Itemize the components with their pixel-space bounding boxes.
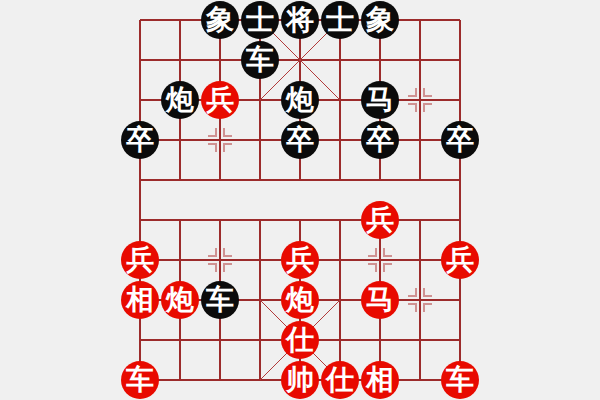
board-point[interactable] — [320, 120, 360, 160]
board-point[interactable] — [200, 320, 240, 360]
piece-red-general[interactable]: 帅 — [281, 361, 319, 399]
board-point[interactable] — [400, 200, 440, 240]
board-point[interactable] — [240, 360, 280, 400]
board-point[interactable] — [200, 160, 240, 200]
board-point[interactable] — [160, 0, 200, 40]
piece-black-soldier[interactable]: 卒 — [361, 121, 399, 159]
piece-red-horse[interactable]: 马 — [361, 281, 399, 319]
board-point[interactable]: 卒 — [280, 120, 320, 160]
board-point[interactable] — [400, 280, 440, 320]
board-point[interactable] — [320, 80, 360, 120]
board-point[interactable]: 仕 — [280, 320, 320, 360]
board-point[interactable]: 炮 — [160, 80, 200, 120]
board-point[interactable] — [120, 0, 160, 40]
board-point[interactable] — [240, 320, 280, 360]
board-point[interactable] — [160, 320, 200, 360]
board-point[interactable] — [360, 40, 400, 80]
board-point[interactable] — [200, 40, 240, 80]
board-point[interactable]: 卒 — [360, 120, 400, 160]
board-point[interactable] — [320, 320, 360, 360]
piece-black-cannon[interactable]: 炮 — [161, 81, 199, 119]
board-point[interactable]: 车 — [120, 360, 160, 400]
board-point[interactable]: 仕 — [320, 360, 360, 400]
board-point[interactable] — [440, 0, 480, 40]
piece-black-cannon[interactable]: 炮 — [281, 81, 319, 119]
board-point[interactable] — [160, 240, 200, 280]
board-point[interactable]: 帅 — [280, 360, 320, 400]
board-point[interactable]: 象 — [200, 0, 240, 40]
board-point[interactable] — [160, 120, 200, 160]
board-point[interactable] — [360, 160, 400, 200]
piece-red-soldier[interactable]: 兵 — [281, 241, 319, 279]
board-point[interactable] — [440, 160, 480, 200]
piece-red-cannon[interactable]: 炮 — [281, 281, 319, 319]
piece-red-soldier[interactable]: 兵 — [201, 81, 239, 119]
board-point[interactable] — [280, 160, 320, 200]
board-point[interactable] — [120, 40, 160, 80]
board-point[interactable] — [120, 320, 160, 360]
board-point[interactable]: 兵 — [440, 240, 480, 280]
board-point[interactable]: 炮 — [280, 280, 320, 320]
piece-black-elephant[interactable]: 象 — [201, 1, 239, 39]
board-point[interactable]: 士 — [240, 0, 280, 40]
board-point[interactable] — [240, 240, 280, 280]
board-point[interactable] — [400, 240, 440, 280]
piece-black-horse[interactable]: 马 — [361, 81, 399, 119]
board-point[interactable] — [440, 320, 480, 360]
board-point[interactable] — [440, 40, 480, 80]
xiangqi-board: 象士将士象车炮兵炮马卒卒卒卒兵兵兵兵相炮车炮马仕车帅仕相车 — [120, 0, 480, 400]
board-point[interactable]: 兵 — [360, 200, 400, 240]
board-point[interactable] — [280, 200, 320, 240]
board-point[interactable] — [240, 120, 280, 160]
board-point[interactable] — [200, 120, 240, 160]
piece-red-soldier[interactable]: 兵 — [361, 201, 399, 239]
piece-black-chariot[interactable]: 车 — [241, 41, 279, 79]
board-point[interactable]: 车 — [440, 360, 480, 400]
board-point[interactable] — [200, 360, 240, 400]
board-point[interactable] — [400, 80, 440, 120]
piece-black-elephant[interactable]: 象 — [361, 1, 399, 39]
board-point[interactable]: 马 — [360, 80, 400, 120]
board-point[interactable]: 兵 — [200, 80, 240, 120]
xiangqi-diagram: 象士将士象车炮兵炮马卒卒卒卒兵兵兵兵相炮车炮马仕车帅仕相车 — [0, 0, 600, 400]
board-point[interactable] — [400, 320, 440, 360]
piece-black-soldier[interactable]: 卒 — [441, 121, 479, 159]
board-point[interactable] — [400, 360, 440, 400]
board-point[interactable] — [200, 200, 240, 240]
board-point[interactable] — [160, 40, 200, 80]
board-point[interactable]: 相 — [120, 280, 160, 320]
board-point[interactable]: 象 — [360, 0, 400, 40]
piece-red-advisor[interactable]: 仕 — [321, 361, 359, 399]
board-point[interactable] — [160, 360, 200, 400]
board-point[interactable] — [360, 320, 400, 360]
piece-black-advisor[interactable]: 士 — [321, 1, 359, 39]
board-point[interactable] — [240, 280, 280, 320]
board-point[interactable] — [320, 200, 360, 240]
board-point[interactable] — [120, 200, 160, 240]
board-point[interactable] — [400, 120, 440, 160]
piece-red-chariot[interactable]: 车 — [121, 361, 159, 399]
piece-red-elephant[interactable]: 相 — [361, 361, 399, 399]
board-point[interactable] — [240, 160, 280, 200]
board-point[interactable] — [440, 280, 480, 320]
piece-red-soldier[interactable]: 兵 — [441, 241, 479, 279]
board-point[interactable]: 马 — [360, 280, 400, 320]
board-grid: 象士将士象车炮兵炮马卒卒卒卒兵兵兵兵相炮车炮马仕车帅仕相车 — [120, 0, 480, 400]
board-point[interactable] — [440, 80, 480, 120]
board-point[interactable]: 兵 — [280, 240, 320, 280]
piece-red-advisor[interactable]: 仕 — [281, 321, 319, 359]
board-point[interactable] — [160, 200, 200, 240]
board-point[interactable]: 炮 — [280, 80, 320, 120]
piece-black-soldier[interactable]: 卒 — [121, 121, 159, 159]
board-point[interactable] — [360, 240, 400, 280]
board-point[interactable]: 车 — [240, 40, 280, 80]
board-point[interactable]: 卒 — [120, 120, 160, 160]
board-point[interactable]: 卒 — [440, 120, 480, 160]
board-point[interactable] — [400, 0, 440, 40]
piece-red-elephant[interactable]: 相 — [121, 281, 159, 319]
piece-red-cannon[interactable]: 炮 — [161, 281, 199, 319]
piece-red-chariot[interactable]: 车 — [441, 361, 479, 399]
board-point[interactable] — [400, 40, 440, 80]
board-point[interactable]: 士 — [320, 0, 360, 40]
piece-black-chariot[interactable]: 车 — [201, 281, 239, 319]
piece-black-advisor[interactable]: 士 — [241, 1, 279, 39]
board-point[interactable] — [320, 240, 360, 280]
piece-black-general[interactable]: 将 — [281, 1, 319, 39]
board-point[interactable] — [320, 40, 360, 80]
board-point[interactable] — [160, 160, 200, 200]
board-point[interactable]: 炮 — [160, 280, 200, 320]
board-point[interactable] — [120, 160, 160, 200]
piece-black-soldier[interactable]: 卒 — [281, 121, 319, 159]
board-point[interactable]: 将 — [280, 0, 320, 40]
piece-red-soldier[interactable]: 兵 — [121, 241, 159, 279]
board-point[interactable] — [240, 80, 280, 120]
board-point[interactable] — [400, 160, 440, 200]
board-point[interactable] — [440, 200, 480, 240]
board-point[interactable] — [280, 40, 320, 80]
board-point[interactable] — [240, 200, 280, 240]
board-point[interactable] — [320, 160, 360, 200]
board-point[interactable] — [200, 240, 240, 280]
board-point[interactable]: 兵 — [120, 240, 160, 280]
board-point[interactable]: 相 — [360, 360, 400, 400]
board-point[interactable]: 车 — [200, 280, 240, 320]
board-point[interactable] — [120, 80, 160, 120]
board-point[interactable] — [320, 280, 360, 320]
